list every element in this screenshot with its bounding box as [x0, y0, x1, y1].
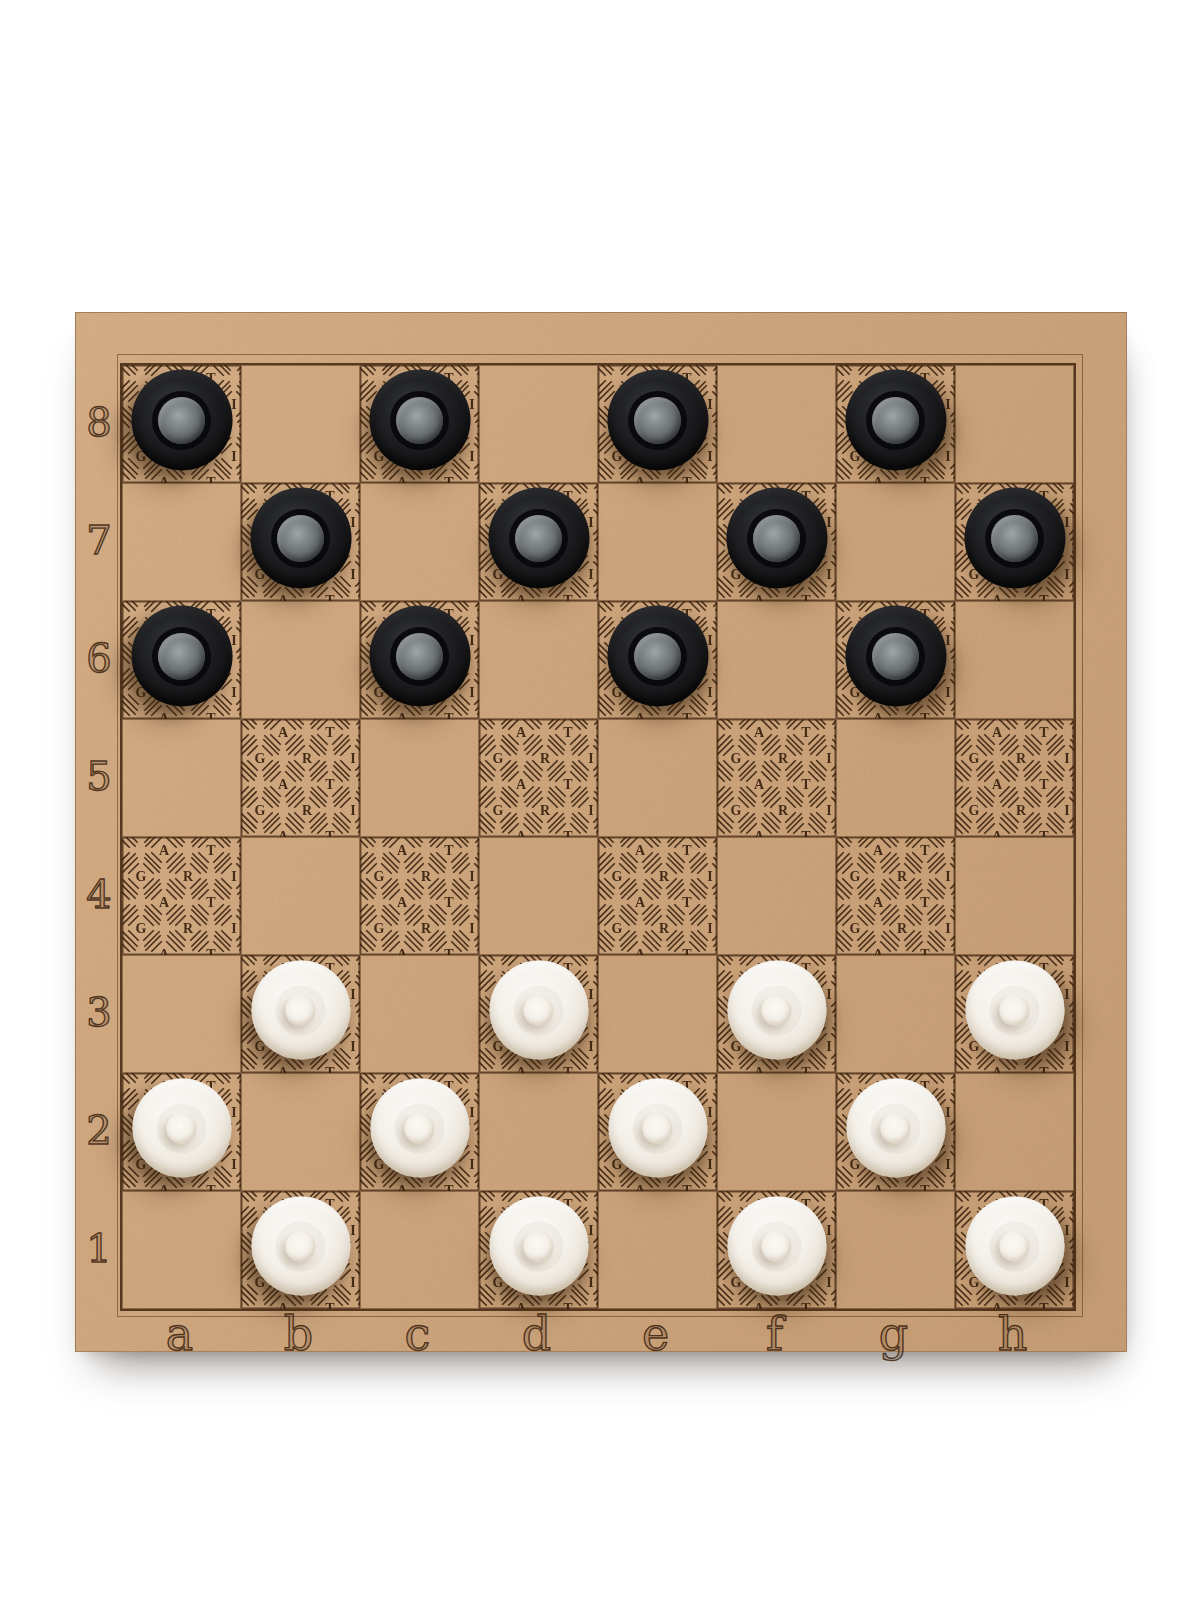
square-d6[interactable] [479, 601, 598, 719]
rank-label-3: 3 [78, 953, 120, 1071]
svg-text:I: I [1064, 987, 1069, 1002]
svg-text:I: I [231, 449, 236, 464]
svg-text:I: I [231, 1157, 236, 1172]
black-checker-d7[interactable] [488, 487, 589, 588]
svg-text:G: G [374, 921, 385, 936]
svg-text:A: A [754, 1065, 765, 1073]
white-checker-h3[interactable] [965, 961, 1064, 1060]
black-checker-hub [158, 396, 205, 443]
square-b8[interactable] [241, 365, 360, 483]
svg-text:R: R [183, 921, 194, 936]
square-f8[interactable] [717, 365, 836, 483]
svg-text:I: I [350, 751, 355, 766]
black-checker-hub [158, 632, 205, 679]
svg-text:I: I [469, 1157, 474, 1172]
svg-text:A: A [992, 593, 1003, 601]
svg-text:I: I [945, 633, 950, 648]
square-d1[interactable]: ATATATGRIGRI [479, 1191, 598, 1309]
white-checker-b3[interactable] [251, 961, 350, 1060]
svg-text:I: I [945, 921, 950, 936]
black-checker-hub [396, 396, 443, 443]
svg-text:A: A [516, 777, 527, 792]
square-c8[interactable]: ATATATGRIGRI [360, 365, 479, 483]
svg-text:T: T [444, 843, 454, 858]
svg-text:T: T [325, 1065, 335, 1073]
square-g8[interactable]: ATATATGRIGRI [836, 365, 955, 483]
svg-text:I: I [707, 633, 712, 648]
white-checker-hub [643, 1113, 673, 1143]
rank-label-2: 2 [78, 1071, 120, 1189]
square-g2[interactable]: ATATATGRIGRI [836, 1073, 955, 1191]
file-label-a: a [120, 1307, 239, 1363]
square-e1[interactable] [598, 1191, 717, 1309]
svg-text:T: T [1039, 593, 1049, 601]
white-checker-hub [881, 1113, 911, 1143]
square-g7[interactable] [836, 483, 955, 601]
black-checker-a8[interactable] [131, 369, 232, 470]
svg-text:A: A [278, 1065, 289, 1073]
svg-text:T: T [920, 711, 930, 719]
square-b1[interactable]: ATATATGRIGRI [241, 1191, 360, 1309]
svg-text:A: A [278, 829, 289, 837]
svg-text:A: A [635, 475, 646, 483]
white-checker-f3[interactable] [727, 961, 826, 1060]
square-h8[interactable] [955, 365, 1074, 483]
svg-text:A: A [159, 475, 170, 483]
svg-text:I: I [469, 685, 474, 700]
square-a4[interactable]: ATATATGRIGRI [122, 837, 241, 955]
white-checker-d1[interactable] [489, 1197, 588, 1296]
svg-text:I: I [469, 1105, 474, 1120]
square-d7[interactable]: ATATATGRIGRI [479, 483, 598, 601]
white-checker-hub [1000, 995, 1030, 1025]
black-checker-g8[interactable] [845, 369, 946, 470]
svg-text:T: T [563, 725, 573, 740]
square-g3[interactable] [836, 955, 955, 1073]
svg-text:T: T [801, 777, 811, 792]
svg-text:G: G [969, 803, 980, 818]
svg-text:I: I [826, 1275, 831, 1290]
svg-text:R: R [421, 921, 432, 936]
file-labels: abcdefgh [120, 1307, 1072, 1351]
square-f1[interactable]: ATATATGRIGRI [717, 1191, 836, 1309]
black-checker-hub [753, 514, 800, 561]
svg-text:T: T [206, 711, 216, 719]
white-checker-b1[interactable] [251, 1197, 350, 1296]
svg-text:T: T [1039, 1065, 1049, 1073]
svg-text:T: T [920, 1183, 930, 1191]
svg-text:I: I [826, 751, 831, 766]
svg-text:I: I [707, 869, 712, 884]
svg-text:T: T [1039, 725, 1049, 740]
svg-text:A: A [159, 843, 170, 858]
svg-text:I: I [350, 515, 355, 530]
svg-text:T: T [206, 1183, 216, 1191]
svg-text:A: A [992, 829, 1003, 837]
svg-text:I: I [588, 1275, 593, 1290]
black-checker-g6[interactable] [845, 605, 946, 706]
white-checker-hub [286, 995, 316, 1025]
svg-text:I: I [1064, 515, 1069, 530]
rank-label-8: 8 [78, 363, 120, 481]
svg-text:A: A [873, 947, 884, 955]
svg-text:I: I [1064, 1039, 1069, 1054]
svg-text:R: R [778, 751, 789, 766]
square-c7[interactable] [360, 483, 479, 601]
svg-text:T: T [682, 711, 692, 719]
square-d5[interactable]: ATATATGRIGRI [479, 719, 598, 837]
svg-text:T: T [682, 843, 692, 858]
square-f3[interactable]: ATATATGRIGRI [717, 955, 836, 1073]
svg-text:A: A [397, 947, 408, 955]
white-checker-c2[interactable] [370, 1079, 469, 1178]
black-checker-a6[interactable] [131, 605, 232, 706]
square-h5[interactable]: ATATATGRIGRI [955, 719, 1074, 837]
svg-text:I: I [469, 869, 474, 884]
svg-text:A: A [992, 1065, 1003, 1073]
white-checker-hub [286, 1231, 316, 1261]
svg-text:R: R [183, 869, 194, 884]
square-b7[interactable]: ATATATGRIGRI [241, 483, 360, 601]
svg-text:A: A [516, 593, 527, 601]
square-e2[interactable]: ATATATGRIGRI [598, 1073, 717, 1191]
square-h4[interactable] [955, 837, 1074, 955]
square-f6[interactable] [717, 601, 836, 719]
square-b3[interactable]: ATATATGRIGRI [241, 955, 360, 1073]
svg-text:I: I [350, 1223, 355, 1238]
svg-text:T: T [920, 895, 930, 910]
square-c6[interactable]: ATATATGRIGRI [360, 601, 479, 719]
black-checker-c8[interactable] [369, 369, 470, 470]
black-checker-hub [634, 396, 681, 443]
svg-text:T: T [563, 829, 573, 837]
svg-text:T: T [801, 593, 811, 601]
svg-text:T: T [444, 895, 454, 910]
square-e5[interactable] [598, 719, 717, 837]
white-checker-hub [1000, 1231, 1030, 1261]
svg-text:T: T [444, 1183, 454, 1191]
svg-text:G: G [493, 803, 504, 818]
rank-label-7: 7 [78, 481, 120, 599]
svg-text:T: T [563, 777, 573, 792]
white-checker-hub [167, 1113, 197, 1143]
white-checker-e2[interactable] [608, 1079, 707, 1178]
svg-text:I: I [707, 397, 712, 412]
square-a2[interactable]: ATATATGRIGRI [122, 1073, 241, 1191]
svg-text:T: T [325, 593, 335, 601]
svg-text:T: T [682, 475, 692, 483]
svg-text:I: I [231, 869, 236, 884]
square-h1[interactable]: ATATATGRIGRI [955, 1191, 1074, 1309]
svg-text:T: T [920, 947, 930, 955]
square-b5[interactable]: ATATATGRIGRI [241, 719, 360, 837]
svg-text:I: I [707, 921, 712, 936]
square-e8[interactable]: ATATATGRIGRI [598, 365, 717, 483]
svg-text:I: I [231, 685, 236, 700]
svg-text:T: T [801, 829, 811, 837]
svg-text:T: T [801, 1065, 811, 1073]
svg-text:I: I [1064, 1223, 1069, 1238]
svg-text:T: T [325, 725, 335, 740]
svg-text:T: T [1039, 829, 1049, 837]
svg-text:A: A [516, 829, 527, 837]
svg-text:A: A [754, 593, 765, 601]
svg-text:T: T [444, 711, 454, 719]
svg-text:G: G [850, 869, 861, 884]
svg-text:T: T [1039, 777, 1049, 792]
svg-text:I: I [588, 987, 593, 1002]
square-e4[interactable]: ATATATGRIGRI [598, 837, 717, 955]
black-checker-c6[interactable] [369, 605, 470, 706]
svg-text:I: I [826, 567, 831, 582]
svg-text:A: A [754, 829, 765, 837]
black-checker-hub [277, 514, 324, 561]
svg-text:G: G [136, 869, 147, 884]
square-g4[interactable]: ATATATGRIGRI [836, 837, 955, 955]
svg-text:T: T [444, 947, 454, 955]
file-label-b: b [239, 1307, 358, 1363]
svg-text:I: I [826, 987, 831, 1002]
square-g6[interactable]: ATATATGRIGRI [836, 601, 955, 719]
svg-text:A: A [873, 895, 884, 910]
svg-text:I: I [826, 1039, 831, 1054]
svg-text:R: R [1016, 803, 1027, 818]
white-checker-h1[interactable] [965, 1197, 1064, 1296]
svg-text:A: A [516, 1065, 527, 1073]
file-label-e: e [596, 1307, 715, 1363]
svg-text:R: R [897, 869, 908, 884]
square-b6[interactable] [241, 601, 360, 719]
svg-text:I: I [469, 397, 474, 412]
white-checker-hub [762, 995, 792, 1025]
svg-text:A: A [397, 1183, 408, 1191]
square-f5[interactable]: ATATATGRIGRI [717, 719, 836, 837]
square-f4[interactable] [717, 837, 836, 955]
svg-text:T: T [682, 947, 692, 955]
svg-text:A: A [635, 895, 646, 910]
svg-text:I: I [469, 633, 474, 648]
svg-text:I: I [231, 1105, 236, 1120]
white-checker-hub [762, 1231, 792, 1261]
svg-text:I: I [945, 397, 950, 412]
svg-text:A: A [159, 895, 170, 910]
black-checker-hub [396, 632, 443, 679]
square-f2[interactable] [717, 1073, 836, 1191]
svg-text:I: I [469, 921, 474, 936]
svg-text:I: I [945, 1157, 950, 1172]
black-checker-h7[interactable] [964, 487, 1065, 588]
svg-text:R: R [778, 803, 789, 818]
svg-text:R: R [302, 803, 313, 818]
svg-text:A: A [873, 843, 884, 858]
svg-text:A: A [754, 777, 765, 792]
black-checker-hub [872, 396, 919, 443]
svg-text:T: T [682, 895, 692, 910]
svg-text:A: A [754, 725, 765, 740]
svg-text:G: G [969, 751, 980, 766]
svg-text:I: I [707, 449, 712, 464]
square-h7[interactable]: ATATATGRIGRI [955, 483, 1074, 601]
svg-text:I: I [588, 515, 593, 530]
svg-text:A: A [159, 711, 170, 719]
svg-text:A: A [397, 895, 408, 910]
svg-text:I: I [945, 869, 950, 884]
square-c5[interactable] [360, 719, 479, 837]
photo-background: ATATATGRIGRIATATATGRIGRIATATATGRIGRIATAT… [0, 0, 1200, 1600]
square-h2[interactable] [955, 1073, 1074, 1191]
svg-text:T: T [563, 1065, 573, 1073]
svg-text:I: I [350, 803, 355, 818]
square-c1[interactable] [360, 1191, 479, 1309]
svg-text:T: T [920, 475, 930, 483]
svg-text:A: A [397, 711, 408, 719]
square-c3[interactable] [360, 955, 479, 1073]
svg-text:R: R [540, 751, 551, 766]
svg-text:T: T [563, 593, 573, 601]
svg-text:A: A [873, 711, 884, 719]
file-label-c: c [358, 1307, 477, 1363]
svg-text:I: I [707, 1157, 712, 1172]
svg-text:T: T [444, 475, 454, 483]
svg-text:G: G [255, 751, 266, 766]
white-checker-hub [524, 1231, 554, 1261]
file-label-d: d [477, 1307, 596, 1363]
svg-text:I: I [1064, 751, 1069, 766]
file-label-g: g [834, 1307, 953, 1363]
svg-text:A: A [397, 843, 408, 858]
black-checker-e6[interactable] [607, 605, 708, 706]
square-b2[interactable] [241, 1073, 360, 1191]
square-a8[interactable]: ATATATGRIGRI [122, 365, 241, 483]
svg-text:A: A [873, 475, 884, 483]
svg-text:I: I [588, 803, 593, 818]
svg-text:I: I [588, 1039, 593, 1054]
svg-text:T: T [682, 1183, 692, 1191]
square-d3[interactable]: ATATATGRIGRI [479, 955, 598, 1073]
rank-label-5: 5 [78, 717, 120, 835]
svg-text:I: I [350, 1039, 355, 1054]
svg-text:I: I [826, 515, 831, 530]
white-checker-g2[interactable] [846, 1079, 945, 1178]
white-checker-d3[interactable] [489, 961, 588, 1060]
checkers-board: ATATATGRIGRIATATATGRIGRIATATATGRIGRIATAT… [75, 312, 1127, 1352]
svg-text:G: G [136, 921, 147, 936]
svg-text:T: T [325, 829, 335, 837]
svg-text:A: A [397, 475, 408, 483]
svg-text:G: G [493, 751, 504, 766]
svg-text:T: T [325, 777, 335, 792]
black-checker-hub [515, 514, 562, 561]
svg-text:I: I [945, 1105, 950, 1120]
white-checker-f1[interactable] [727, 1197, 826, 1296]
svg-text:I: I [945, 449, 950, 464]
square-a1[interactable] [122, 1191, 241, 1309]
svg-text:R: R [540, 803, 551, 818]
svg-text:R: R [421, 869, 432, 884]
svg-text:G: G [255, 803, 266, 818]
svg-text:A: A [159, 1183, 170, 1191]
svg-text:I: I [231, 921, 236, 936]
svg-text:G: G [731, 751, 742, 766]
square-d8[interactable] [479, 365, 598, 483]
black-checker-b7[interactable] [250, 487, 351, 588]
square-h3[interactable]: ATATATGRIGRI [955, 955, 1074, 1073]
square-e7[interactable] [598, 483, 717, 601]
square-c2[interactable]: ATATATGRIGRI [360, 1073, 479, 1191]
svg-text:I: I [1064, 567, 1069, 582]
svg-text:R: R [1016, 751, 1027, 766]
svg-text:G: G [612, 921, 623, 936]
square-e3[interactable] [598, 955, 717, 1073]
square-e6[interactable]: ATATATGRIGRI [598, 601, 717, 719]
square-a5[interactable] [122, 719, 241, 837]
svg-text:A: A [159, 947, 170, 955]
svg-text:I: I [707, 685, 712, 700]
svg-text:G: G [612, 869, 623, 884]
board-grid: ATATATGRIGRIATATATGRIGRIATATATGRIGRIATAT… [120, 363, 1076, 1311]
file-label-h: h [953, 1307, 1072, 1363]
black-checker-e8[interactable] [607, 369, 708, 470]
svg-text:I: I [945, 685, 950, 700]
black-checker-f7[interactable] [726, 487, 827, 588]
rank-label-6: 6 [78, 599, 120, 717]
svg-text:I: I [350, 987, 355, 1002]
svg-text:A: A [992, 725, 1003, 740]
svg-text:T: T [206, 843, 216, 858]
black-checker-hub [634, 632, 681, 679]
square-a6[interactable]: ATATATGRIGRI [122, 601, 241, 719]
square-f7[interactable]: ATATATGRIGRI [717, 483, 836, 601]
file-label-f: f [715, 1307, 834, 1363]
square-d2[interactable] [479, 1073, 598, 1191]
rank-labels: 87654321 [78, 363, 120, 1307]
svg-text:A: A [635, 843, 646, 858]
svg-text:T: T [206, 895, 216, 910]
svg-text:I: I [350, 1275, 355, 1290]
svg-text:T: T [206, 947, 216, 955]
svg-text:I: I [469, 449, 474, 464]
square-a7[interactable] [122, 483, 241, 601]
svg-text:I: I [707, 1105, 712, 1120]
svg-text:T: T [920, 843, 930, 858]
svg-text:A: A [278, 777, 289, 792]
square-g5[interactable] [836, 719, 955, 837]
square-h6[interactable] [955, 601, 1074, 719]
black-checker-hub [872, 632, 919, 679]
svg-text:A: A [873, 1183, 884, 1191]
svg-text:I: I [1064, 803, 1069, 818]
svg-text:T: T [206, 475, 216, 483]
svg-text:I: I [1064, 1275, 1069, 1290]
white-checker-a2[interactable] [132, 1079, 231, 1178]
svg-text:I: I [231, 397, 236, 412]
svg-text:T: T [801, 725, 811, 740]
square-a3[interactable] [122, 955, 241, 1073]
svg-text:A: A [278, 725, 289, 740]
square-g1[interactable] [836, 1191, 955, 1309]
svg-text:I: I [588, 567, 593, 582]
square-c4[interactable]: ATATATGRIGRI [360, 837, 479, 955]
svg-text:G: G [374, 869, 385, 884]
svg-text:A: A [635, 1183, 646, 1191]
svg-text:I: I [826, 1223, 831, 1238]
svg-text:R: R [302, 751, 313, 766]
svg-text:I: I [588, 1223, 593, 1238]
square-d4[interactable] [479, 837, 598, 955]
svg-text:R: R [659, 869, 670, 884]
rank-label-4: 4 [78, 835, 120, 953]
square-b4[interactable] [241, 837, 360, 955]
